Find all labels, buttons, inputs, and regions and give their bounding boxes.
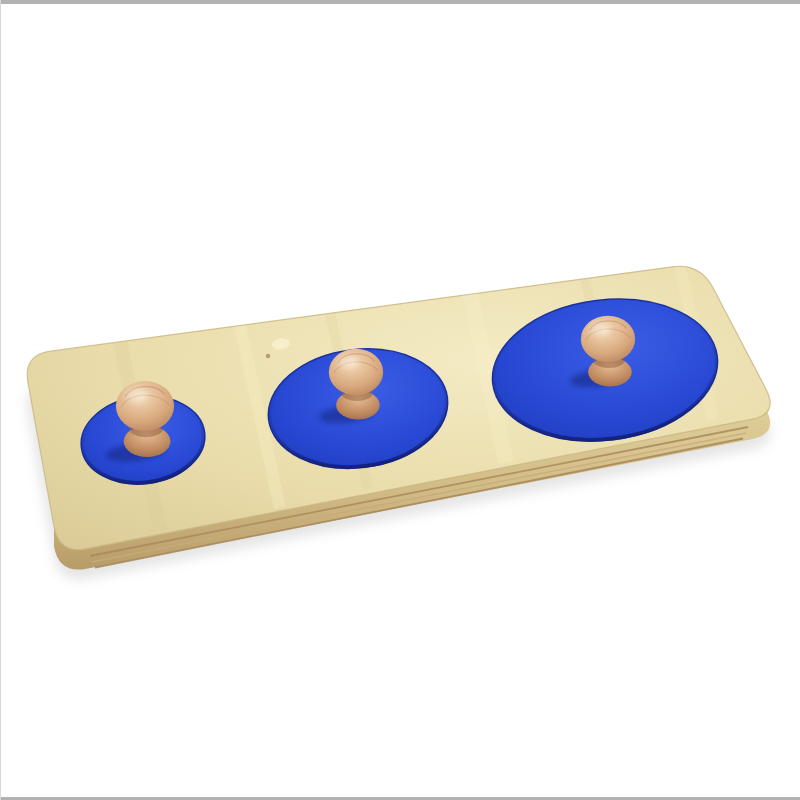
knob-small[interactable] <box>116 381 174 457</box>
photo-left-border <box>0 0 1 800</box>
knob-large[interactable] <box>581 316 635 387</box>
product-photo <box>0 0 800 800</box>
photo-top-border <box>0 0 800 4</box>
puzzle-scene <box>0 0 800 800</box>
knob-medium[interactable] <box>329 349 383 420</box>
wood-speck <box>266 354 270 358</box>
